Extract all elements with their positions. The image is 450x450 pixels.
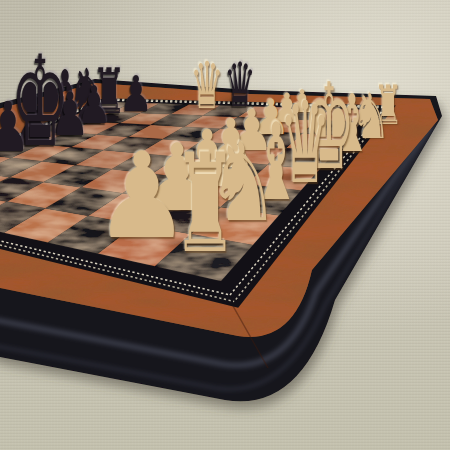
piece-black-pawn-d7: ♟ bbox=[0, 92, 31, 161]
piece-white-rook-a1: ♜ bbox=[173, 135, 238, 272]
chess-set-photo: ♛♛♟♜♟♞♟♟♜♝♟♟♞♟♚♟♟♝♚♟♛♟♝♟♞♟♜ bbox=[0, 0, 450, 450]
pieces-layer: ♛♛♟♜♟♞♟♟♜♝♟♟♞♟♚♟♟♝♚♟♛♟♝♟♞♟♜ bbox=[0, 0, 450, 450]
